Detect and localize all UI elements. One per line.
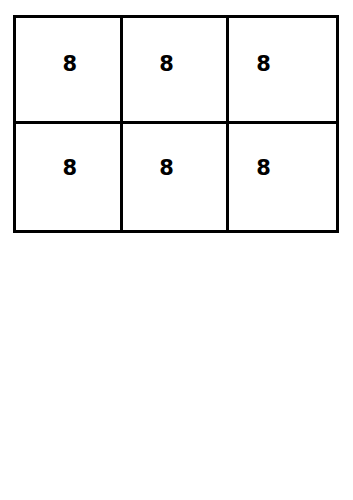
grid-cell-r1c3: 8: [229, 18, 336, 124]
grid-cell-r2c1: 8: [16, 124, 123, 230]
cell-value: 8: [63, 54, 78, 75]
cell-value: 8: [256, 54, 271, 75]
cell-value: 8: [256, 158, 271, 179]
cell-value: 8: [159, 54, 174, 75]
cell-value: 8: [63, 158, 78, 179]
grid-cell-r2c2: 8: [123, 124, 230, 230]
number-grid: 8 8 8 8 8 8: [13, 15, 339, 233]
cell-value: 8: [159, 158, 174, 179]
grid-cell-r1c1: 8: [16, 18, 123, 124]
grid-cell-r2c3: 8: [229, 124, 336, 230]
grid-cell-r1c2: 8: [123, 18, 230, 124]
